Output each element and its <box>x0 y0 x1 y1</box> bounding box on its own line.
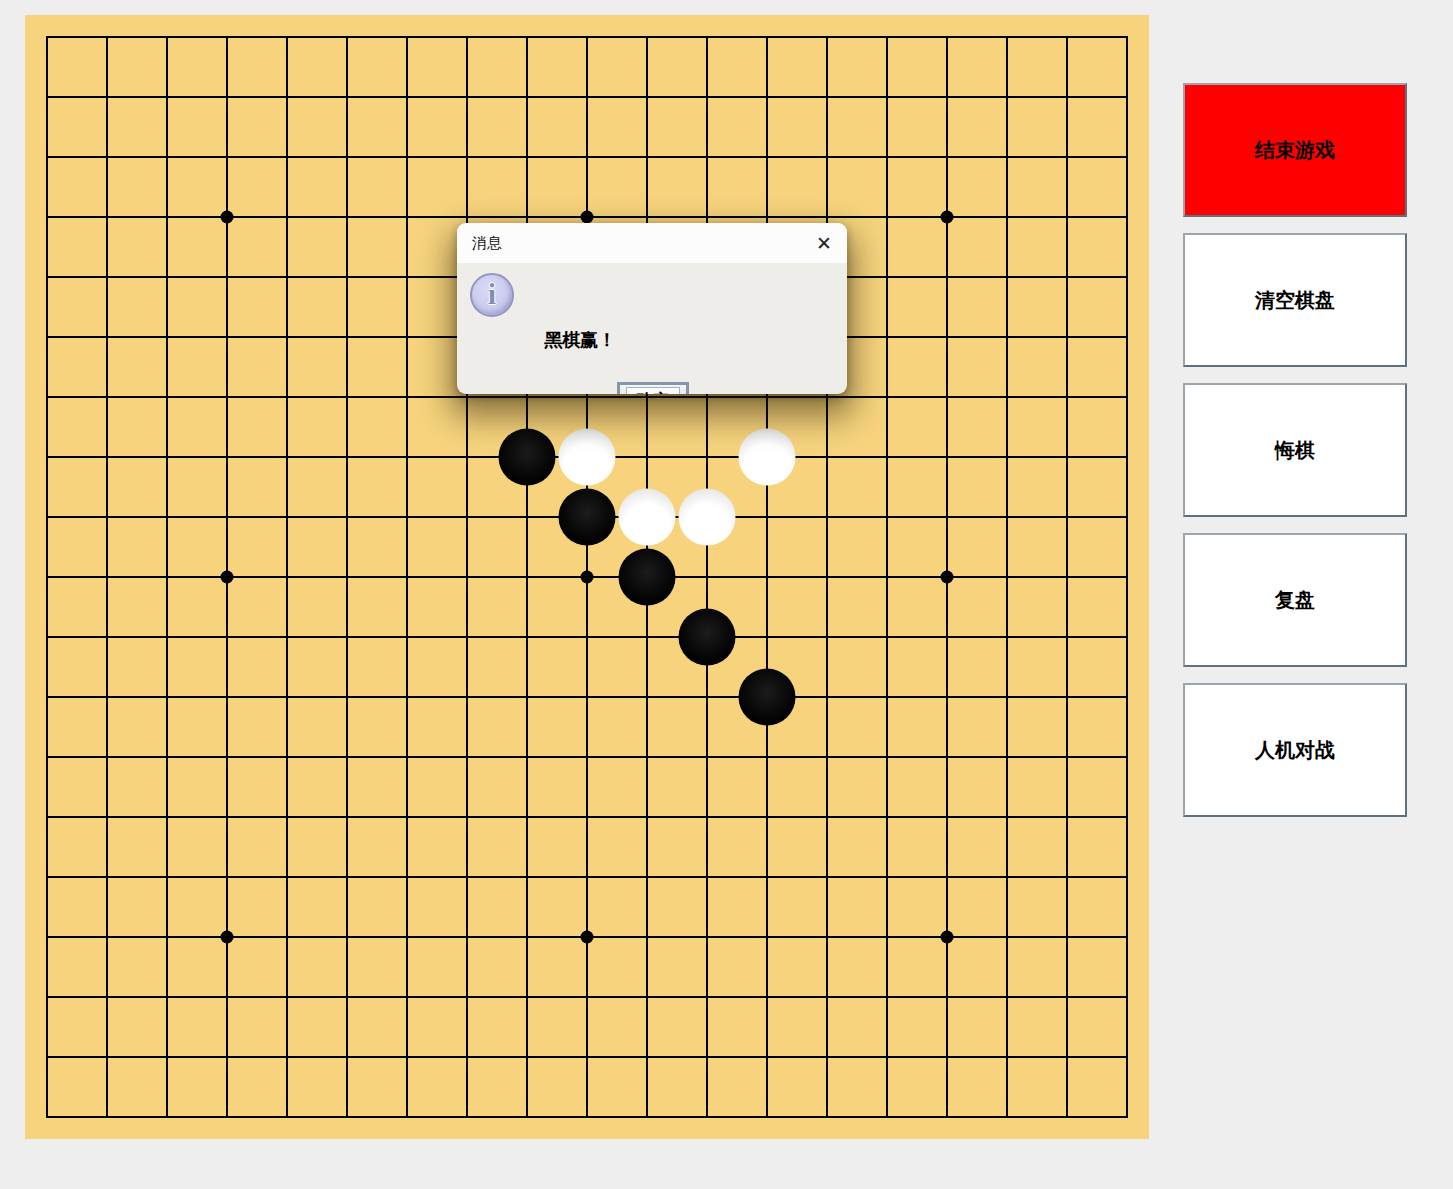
stone-white <box>619 489 676 546</box>
end-game-label: 结束游戏 <box>1255 137 1335 164</box>
replay-button[interactable]: 复盘 <box>1183 533 1407 667</box>
ok-button-label: 确定 <box>626 387 680 395</box>
stone-black <box>499 429 556 486</box>
star-point <box>941 211 954 224</box>
star-point <box>581 571 594 584</box>
app-window: 结束游戏 清空棋盘 悔棋 复盘 人机对战 消息 ✕ i 黑棋赢！ 确定 <box>0 0 1453 1189</box>
close-icon[interactable]: ✕ <box>816 234 832 253</box>
dialog-message: 黑棋赢！ <box>544 328 616 352</box>
star-point <box>941 931 954 944</box>
dialog-body: i 黑棋赢！ 确定 <box>457 263 847 394</box>
dialog-title: 消息 <box>472 234 502 253</box>
star-point <box>221 211 234 224</box>
undo-move-label: 悔棋 <box>1275 437 1315 464</box>
stone-white <box>559 429 616 486</box>
info-icon: i <box>470 273 514 317</box>
undo-move-button[interactable]: 悔棋 <box>1183 383 1407 517</box>
end-game-button[interactable]: 结束游戏 <box>1183 83 1407 217</box>
message-dialog: 消息 ✕ i 黑棋赢！ 确定 <box>457 223 847 394</box>
star-point <box>581 931 594 944</box>
clear-board-label: 清空棋盘 <box>1255 287 1335 314</box>
gomoku-board <box>25 15 1149 1139</box>
vs-computer-button[interactable]: 人机对战 <box>1183 683 1407 817</box>
vs-computer-label: 人机对战 <box>1255 737 1335 764</box>
star-point <box>941 571 954 584</box>
star-point <box>221 571 234 584</box>
star-point <box>581 211 594 224</box>
stone-black <box>679 609 736 666</box>
stone-black <box>559 489 616 546</box>
board-grid[interactable] <box>46 36 1128 1118</box>
replay-label: 复盘 <box>1275 587 1315 614</box>
star-point <box>221 931 234 944</box>
stone-black <box>619 549 676 606</box>
stone-white <box>679 489 736 546</box>
clear-board-button[interactable]: 清空棋盘 <box>1183 233 1407 367</box>
stone-white <box>739 429 796 486</box>
dialog-titlebar[interactable]: 消息 ✕ <box>457 223 847 263</box>
ok-button[interactable]: 确定 <box>617 382 689 394</box>
stone-black <box>739 669 796 726</box>
